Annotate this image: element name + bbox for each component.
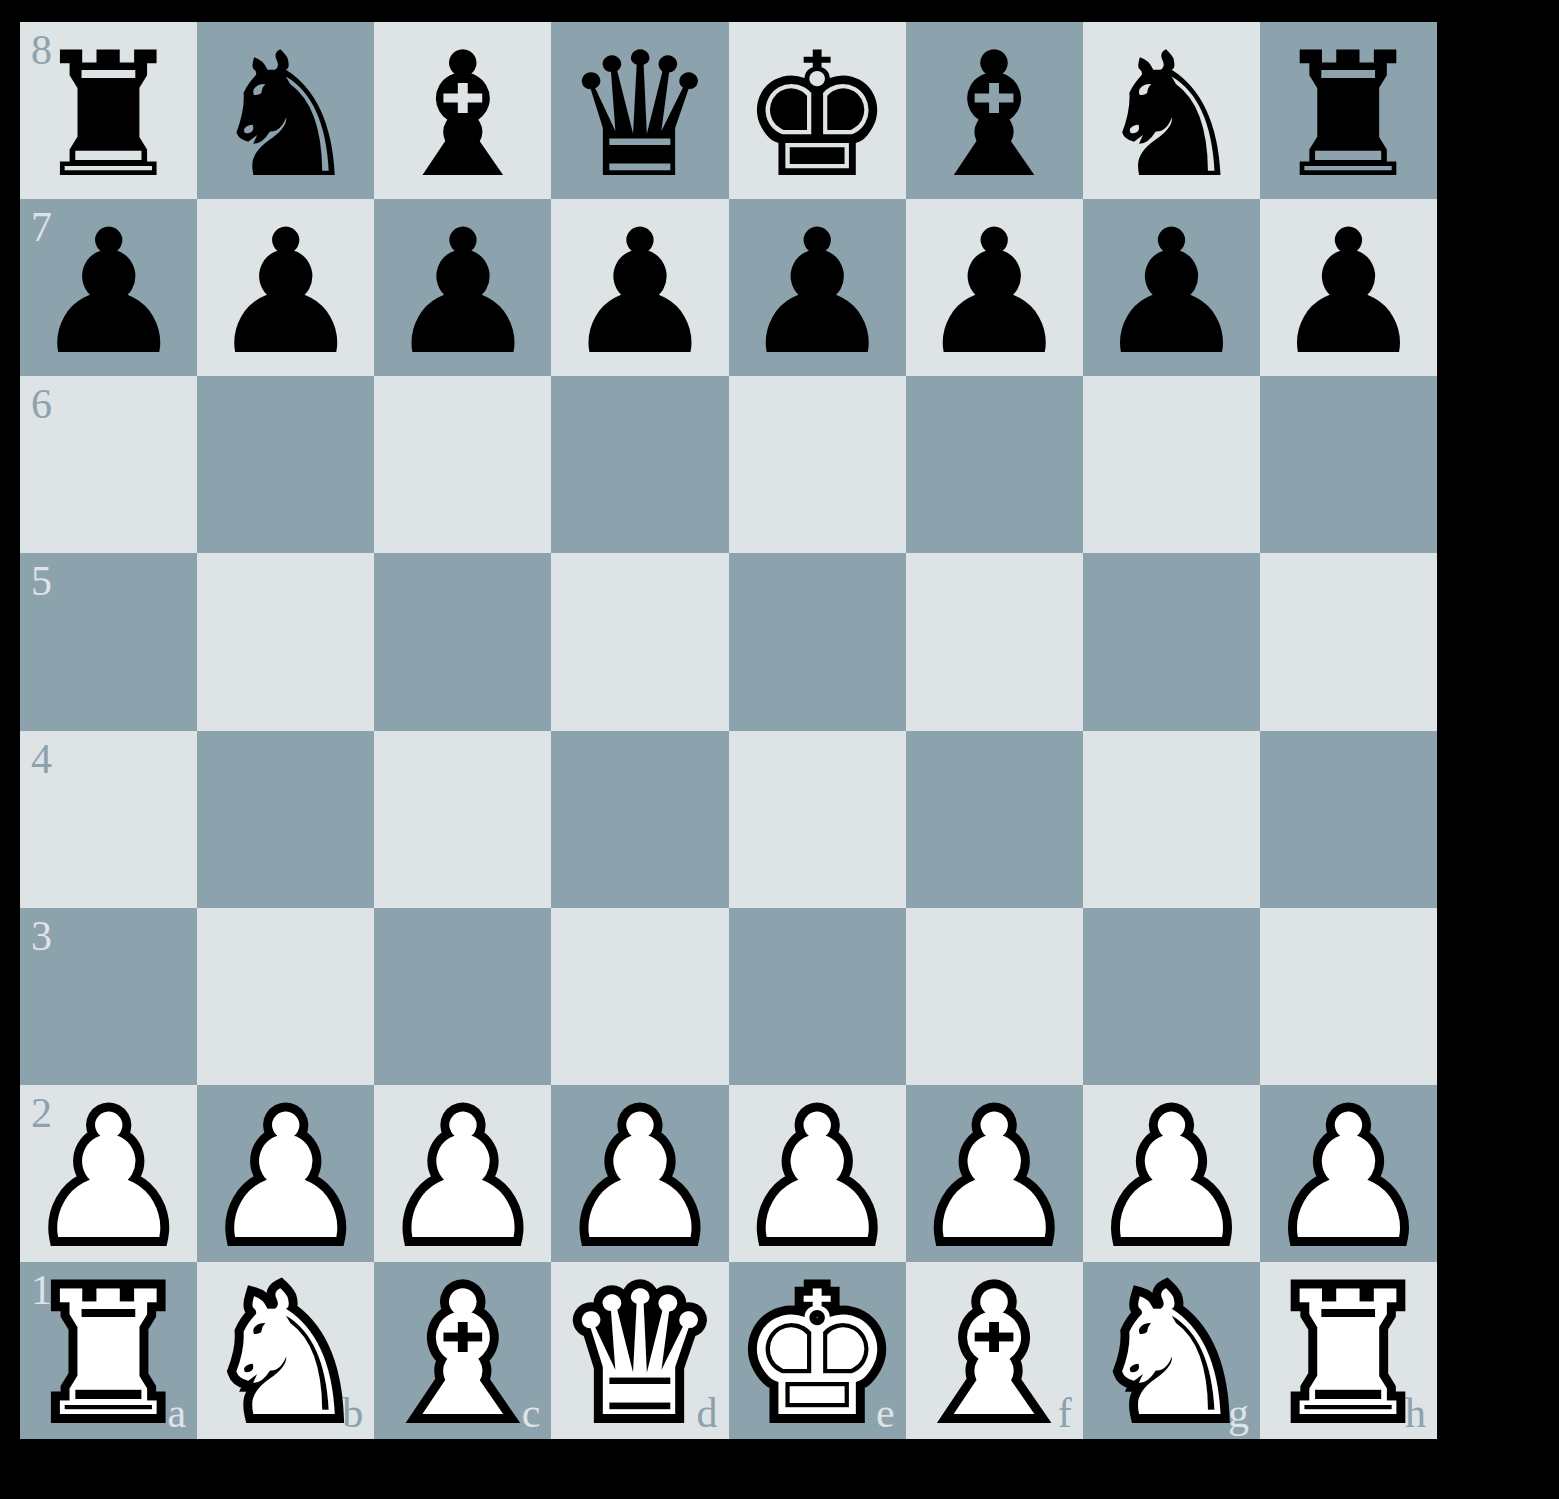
- square-e5[interactable]: [729, 553, 906, 730]
- square-c2[interactable]: ♟: [374, 1085, 551, 1262]
- piece-white-pawn[interactable]: ♟: [209, 1092, 363, 1264]
- square-d7[interactable]: ♟: [551, 199, 728, 376]
- square-d3[interactable]: [551, 908, 728, 1085]
- square-b8[interactable]: ♞: [197, 22, 374, 199]
- square-f2[interactable]: ♟: [906, 1085, 1083, 1262]
- piece-black-pawn[interactable]: ♟: [1094, 207, 1248, 379]
- square-c1[interactable]: c♝: [374, 1262, 551, 1439]
- piece-white-king[interactable]: ♚: [740, 1269, 894, 1441]
- piece-black-knight[interactable]: ♞: [1094, 30, 1248, 202]
- rank-label-5: 5: [31, 560, 52, 602]
- piece-black-queen[interactable]: ♛: [563, 30, 717, 202]
- piece-black-pawn[interactable]: ♟: [563, 207, 717, 379]
- piece-black-pawn[interactable]: ♟: [31, 207, 185, 379]
- square-b6[interactable]: [197, 376, 374, 553]
- piece-white-pawn[interactable]: ♟: [1271, 1092, 1425, 1264]
- square-d6[interactable]: [551, 376, 728, 553]
- piece-white-rook[interactable]: ♜: [1271, 1269, 1425, 1441]
- rank-label-3: 3: [31, 915, 52, 957]
- square-g1[interactable]: g♞: [1083, 1262, 1260, 1439]
- piece-black-pawn[interactable]: ♟: [209, 207, 363, 379]
- piece-white-pawn[interactable]: ♟: [31, 1092, 185, 1264]
- piece-white-bishop[interactable]: ♝: [917, 1269, 1071, 1441]
- square-a2[interactable]: 2♟: [20, 1085, 197, 1262]
- square-g3[interactable]: [1083, 908, 1260, 1085]
- square-c3[interactable]: [374, 908, 551, 1085]
- square-d2[interactable]: ♟: [551, 1085, 728, 1262]
- chess-board: 8♜♞♝♛♚♝♞♜7♟♟♟♟♟♟♟♟65432♟♟♟♟♟♟♟♟1a♜b♞c♝d♛…: [20, 22, 1437, 1439]
- piece-black-pawn[interactable]: ♟: [1271, 207, 1425, 379]
- square-f6[interactable]: [906, 376, 1083, 553]
- square-g8[interactable]: ♞: [1083, 22, 1260, 199]
- rank-label-4: 4: [31, 738, 52, 780]
- piece-black-bishop[interactable]: ♝: [386, 30, 540, 202]
- square-c8[interactable]: ♝: [374, 22, 551, 199]
- piece-black-knight[interactable]: ♞: [209, 30, 363, 202]
- square-c4[interactable]: [374, 731, 551, 908]
- piece-white-pawn[interactable]: ♟: [386, 1092, 540, 1264]
- piece-black-pawn[interactable]: ♟: [740, 207, 894, 379]
- piece-white-bishop[interactable]: ♝: [386, 1269, 540, 1441]
- piece-black-pawn[interactable]: ♟: [917, 207, 1071, 379]
- square-h4[interactable]: [1260, 731, 1437, 908]
- square-h2[interactable]: ♟: [1260, 1085, 1437, 1262]
- rank-label-6: 6: [31, 383, 52, 425]
- piece-black-bishop[interactable]: ♝: [917, 30, 1071, 202]
- square-g2[interactable]: ♟: [1083, 1085, 1260, 1262]
- square-e7[interactable]: ♟: [729, 199, 906, 376]
- square-h3[interactable]: [1260, 908, 1437, 1085]
- piece-white-pawn[interactable]: ♟: [917, 1092, 1071, 1264]
- piece-white-pawn[interactable]: ♟: [1094, 1092, 1248, 1264]
- square-c5[interactable]: [374, 553, 551, 730]
- piece-black-rook[interactable]: ♜: [1271, 30, 1425, 202]
- square-e2[interactable]: ♟: [729, 1085, 906, 1262]
- piece-white-pawn[interactable]: ♟: [740, 1092, 894, 1264]
- piece-white-rook[interactable]: ♜: [31, 1269, 185, 1441]
- square-h1[interactable]: h♜: [1260, 1262, 1437, 1439]
- piece-black-rook[interactable]: ♜: [31, 30, 185, 202]
- square-d8[interactable]: ♛: [551, 22, 728, 199]
- square-b7[interactable]: ♟: [197, 199, 374, 376]
- piece-white-knight[interactable]: ♞: [209, 1269, 363, 1441]
- square-a1[interactable]: 1a♜: [20, 1262, 197, 1439]
- square-a3[interactable]: 3: [20, 908, 197, 1085]
- square-d5[interactable]: [551, 553, 728, 730]
- square-h7[interactable]: ♟: [1260, 199, 1437, 376]
- piece-black-king[interactable]: ♚: [740, 30, 894, 202]
- square-b3[interactable]: [197, 908, 374, 1085]
- square-h8[interactable]: ♜: [1260, 22, 1437, 199]
- square-e1[interactable]: e♚: [729, 1262, 906, 1439]
- square-b2[interactable]: ♟: [197, 1085, 374, 1262]
- square-e6[interactable]: [729, 376, 906, 553]
- square-e4[interactable]: [729, 731, 906, 908]
- square-f1[interactable]: f♝: [906, 1262, 1083, 1439]
- square-g7[interactable]: ♟: [1083, 199, 1260, 376]
- square-f4[interactable]: [906, 731, 1083, 908]
- square-a6[interactable]: 6: [20, 376, 197, 553]
- square-b5[interactable]: [197, 553, 374, 730]
- square-f3[interactable]: [906, 908, 1083, 1085]
- square-a5[interactable]: 5: [20, 553, 197, 730]
- square-g5[interactable]: [1083, 553, 1260, 730]
- square-f5[interactable]: [906, 553, 1083, 730]
- square-b4[interactable]: [197, 731, 374, 908]
- piece-white-pawn[interactable]: ♟: [563, 1092, 717, 1264]
- square-c7[interactable]: ♟: [374, 199, 551, 376]
- square-a4[interactable]: 4: [20, 731, 197, 908]
- piece-white-knight[interactable]: ♞: [1094, 1269, 1248, 1441]
- square-a8[interactable]: 8♜: [20, 22, 197, 199]
- square-h5[interactable]: [1260, 553, 1437, 730]
- square-b1[interactable]: b♞: [197, 1262, 374, 1439]
- square-g4[interactable]: [1083, 731, 1260, 908]
- square-g6[interactable]: [1083, 376, 1260, 553]
- piece-black-pawn[interactable]: ♟: [386, 207, 540, 379]
- square-f8[interactable]: ♝: [906, 22, 1083, 199]
- square-e3[interactable]: [729, 908, 906, 1085]
- square-e8[interactable]: ♚: [729, 22, 906, 199]
- square-f7[interactable]: ♟: [906, 199, 1083, 376]
- piece-white-queen[interactable]: ♛: [563, 1269, 717, 1441]
- square-a7[interactable]: 7♟: [20, 199, 197, 376]
- square-c6[interactable]: [374, 376, 551, 553]
- square-d1[interactable]: d♛: [551, 1262, 728, 1439]
- square-h6[interactable]: [1260, 376, 1437, 553]
- square-d4[interactable]: [551, 731, 728, 908]
